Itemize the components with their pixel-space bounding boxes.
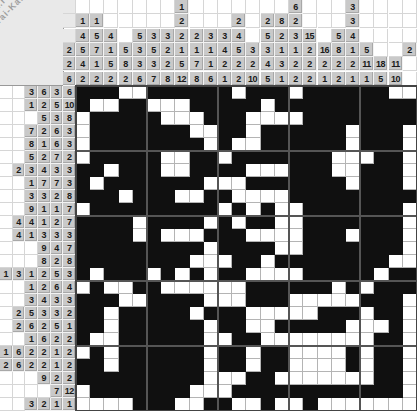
grid-cell-black[interactable]: [303, 112, 317, 125]
grid-cell-black[interactable]: [90, 281, 104, 294]
grid-cell-white[interactable]: [218, 385, 232, 398]
grid-cell-black[interactable]: [204, 99, 218, 112]
grid-cell-black[interactable]: [161, 255, 175, 268]
grid-cell-black[interactable]: [389, 99, 403, 112]
grid-cell-white[interactable]: [303, 359, 317, 372]
grid-cell-black[interactable]: [318, 320, 332, 333]
grid-cell-black[interactable]: [232, 242, 246, 255]
grid-cell-black[interactable]: [332, 125, 346, 138]
grid-cell-white[interactable]: [76, 346, 90, 359]
grid-cell-white[interactable]: [147, 99, 161, 112]
grid-cell-black[interactable]: [76, 164, 90, 177]
grid-cell-white[interactable]: [104, 359, 118, 372]
grid-cell-white[interactable]: [76, 125, 90, 138]
grid-cell-white[interactable]: [289, 229, 303, 242]
grid-cell-black[interactable]: [374, 242, 388, 255]
grid-cell-black[interactable]: [346, 359, 360, 372]
grid-cell-black[interactable]: [289, 125, 303, 138]
grid-cell-black[interactable]: [175, 242, 189, 255]
grid-cell-white[interactable]: [261, 99, 275, 112]
grid-cell-white[interactable]: [289, 294, 303, 307]
grid-cell-black[interactable]: [133, 151, 147, 164]
grid-cell-black[interactable]: [218, 216, 232, 229]
grid-cell-black[interactable]: [318, 112, 332, 125]
grid-cell-black[interactable]: [246, 385, 260, 398]
grid-cell-white[interactable]: [175, 190, 189, 203]
grid-cell-white[interactable]: [261, 229, 275, 242]
grid-cell-white[interactable]: [289, 86, 303, 99]
grid-cell-black[interactable]: [147, 190, 161, 203]
grid-cell-white[interactable]: [360, 372, 374, 385]
grid-cell-black[interactable]: [161, 86, 175, 99]
grid-cell-black[interactable]: [104, 177, 118, 190]
grid-cell-black[interactable]: [90, 112, 104, 125]
grid-cell-white[interactable]: [104, 164, 118, 177]
grid-cell-black[interactable]: [346, 86, 360, 99]
grid-cell-white[interactable]: [232, 216, 246, 229]
grid-cell-black[interactable]: [303, 242, 317, 255]
grid-cell-black[interactable]: [90, 307, 104, 320]
grid-cell-black[interactable]: [389, 229, 403, 242]
grid-cell-black[interactable]: [275, 177, 289, 190]
grid-cell-white[interactable]: [360, 359, 374, 372]
grid-cell-black[interactable]: [133, 99, 147, 112]
grid-cell-white[interactable]: [161, 281, 175, 294]
grid-cell-black[interactable]: [389, 372, 403, 385]
grid-cell-black[interactable]: [374, 229, 388, 242]
grid-cell-black[interactable]: [204, 229, 218, 242]
grid-cell-black[interactable]: [119, 216, 133, 229]
grid-cell-white[interactable]: [204, 359, 218, 372]
grid-cell-black[interactable]: [261, 281, 275, 294]
grid-cell-black[interactable]: [303, 216, 317, 229]
grid-cell-black[interactable]: [403, 112, 417, 125]
grid-cell-white[interactable]: [289, 216, 303, 229]
grid-cell-black[interactable]: [147, 229, 161, 242]
grid-cell-black[interactable]: [133, 281, 147, 294]
grid-cell-black[interactable]: [161, 346, 175, 359]
grid-cell-black[interactable]: [318, 307, 332, 320]
grid-cell-white[interactable]: [403, 294, 417, 307]
grid-cell-black[interactable]: [332, 255, 346, 268]
grid-cell-black[interactable]: [374, 255, 388, 268]
grid-cell-white[interactable]: [261, 190, 275, 203]
grid-cell-white[interactable]: [246, 320, 260, 333]
grid-cell-black[interactable]: [332, 112, 346, 125]
grid-cell-white[interactable]: [246, 112, 260, 125]
grid-cell-white[interactable]: [104, 398, 118, 411]
grid-cell-black[interactable]: [246, 99, 260, 112]
grid-cell-black[interactable]: [147, 346, 161, 359]
grid-cell-white[interactable]: [346, 372, 360, 385]
grid-cell-black[interactable]: [90, 255, 104, 268]
grid-cell-black[interactable]: [389, 125, 403, 138]
grid-cell-black[interactable]: [104, 125, 118, 138]
grid-cell-black[interactable]: [332, 86, 346, 99]
grid-cell-black[interactable]: [261, 294, 275, 307]
grid-cell-black[interactable]: [119, 346, 133, 359]
grid-cell-black[interactable]: [119, 255, 133, 268]
grid-cell-white[interactable]: [218, 281, 232, 294]
grid-cell-black[interactable]: [374, 346, 388, 359]
grid-cell-white[interactable]: [133, 216, 147, 229]
grid-cell-white[interactable]: [246, 398, 260, 411]
grid-cell-white[interactable]: [76, 112, 90, 125]
grid-cell-black[interactable]: [204, 164, 218, 177]
grid-cell-white[interactable]: [175, 151, 189, 164]
grid-cell-black[interactable]: [374, 372, 388, 385]
grid-cell-black[interactable]: [246, 151, 260, 164]
grid-cell-black[interactable]: [76, 216, 90, 229]
grid-cell-white[interactable]: [204, 125, 218, 138]
grid-cell-black[interactable]: [318, 255, 332, 268]
grid-cell-black[interactable]: [275, 294, 289, 307]
grid-cell-black[interactable]: [90, 164, 104, 177]
grid-cell-black[interactable]: [90, 320, 104, 333]
grid-cell-white[interactable]: [303, 372, 317, 385]
grid-cell-black[interactable]: [389, 346, 403, 359]
grid-cell-black[interactable]: [289, 99, 303, 112]
grid-cell-black[interactable]: [232, 112, 246, 125]
grid-cell-black[interactable]: [161, 307, 175, 320]
grid-cell-white[interactable]: [76, 281, 90, 294]
grid-cell-white[interactable]: [403, 255, 417, 268]
grid-cell-black[interactable]: [119, 307, 133, 320]
grid-cell-black[interactable]: [190, 372, 204, 385]
grid-cell-black[interactable]: [133, 255, 147, 268]
grid-cell-black[interactable]: [318, 125, 332, 138]
grid-cell-white[interactable]: [246, 229, 260, 242]
grid-cell-black[interactable]: [275, 385, 289, 398]
grid-cell-black[interactable]: [374, 294, 388, 307]
grid-cell-white[interactable]: [204, 385, 218, 398]
grid-cell-black[interactable]: [90, 151, 104, 164]
grid-cell-black[interactable]: [289, 177, 303, 190]
grid-cell-black[interactable]: [275, 281, 289, 294]
grid-cell-white[interactable]: [175, 99, 189, 112]
grid-cell-white[interactable]: [275, 398, 289, 411]
grid-cell-black[interactable]: [303, 320, 317, 333]
grid-cell-black[interactable]: [147, 372, 161, 385]
grid-cell-white[interactable]: [346, 125, 360, 138]
grid-cell-black[interactable]: [218, 346, 232, 359]
grid-cell-black[interactable]: [289, 190, 303, 203]
grid-cell-black[interactable]: [133, 242, 147, 255]
grid-cell-white[interactable]: [332, 346, 346, 359]
grid-cell-black[interactable]: [161, 294, 175, 307]
grid-cell-black[interactable]: [374, 190, 388, 203]
grid-cell-black[interactable]: [133, 125, 147, 138]
grid-cell-black[interactable]: [204, 398, 218, 411]
grid-cell-black[interactable]: [104, 372, 118, 385]
grid-cell-black[interactable]: [389, 164, 403, 177]
grid-cell-white[interactable]: [190, 281, 204, 294]
grid-cell-black[interactable]: [104, 255, 118, 268]
grid-cell-black[interactable]: [218, 307, 232, 320]
grid-cell-black[interactable]: [119, 372, 133, 385]
grid-cell-black[interactable]: [318, 151, 332, 164]
grid-cell-black[interactable]: [374, 164, 388, 177]
grid-cell-black[interactable]: [175, 385, 189, 398]
grid-cell-black[interactable]: [76, 307, 90, 320]
grid-cell-white[interactable]: [175, 164, 189, 177]
grid-cell-black[interactable]: [190, 294, 204, 307]
grid-cell-black[interactable]: [119, 177, 133, 190]
grid-cell-black[interactable]: [275, 151, 289, 164]
grid-cell-white[interactable]: [346, 177, 360, 190]
grid-cell-black[interactable]: [190, 99, 204, 112]
grid-cell-white[interactable]: [275, 112, 289, 125]
grid-cell-black[interactable]: [261, 346, 275, 359]
grid-cell-black[interactable]: [346, 190, 360, 203]
grid-cell-black[interactable]: [104, 112, 118, 125]
grid-cell-black[interactable]: [261, 177, 275, 190]
grid-cell-white[interactable]: [119, 398, 133, 411]
grid-cell-white[interactable]: [289, 112, 303, 125]
grid-cell-white[interactable]: [246, 307, 260, 320]
grid-cell-white[interactable]: [204, 346, 218, 359]
grid-cell-black[interactable]: [289, 255, 303, 268]
grid-cell-white[interactable]: [389, 255, 403, 268]
grid-cell-black[interactable]: [119, 164, 133, 177]
grid-cell-white[interactable]: [289, 346, 303, 359]
grid-cell-black[interactable]: [133, 177, 147, 190]
grid-cell-black[interactable]: [104, 86, 118, 99]
grid-cell-black[interactable]: [161, 359, 175, 372]
grid-cell-black[interactable]: [360, 177, 374, 190]
grid-cell-black[interactable]: [147, 255, 161, 268]
grid-cell-black[interactable]: [360, 125, 374, 138]
grid-cell-black[interactable]: [161, 125, 175, 138]
grid-cell-white[interactable]: [346, 164, 360, 177]
grid-cell-black[interactable]: [218, 99, 232, 112]
grid-cell-white[interactable]: [246, 359, 260, 372]
grid-cell-white[interactable]: [261, 307, 275, 320]
grid-cell-white[interactable]: [275, 190, 289, 203]
grid-cell-black[interactable]: [360, 99, 374, 112]
grid-cell-white[interactable]: [204, 177, 218, 190]
grid-cell-white[interactable]: [90, 177, 104, 190]
grid-cell-black[interactable]: [346, 385, 360, 398]
grid-cell-black[interactable]: [232, 151, 246, 164]
grid-cell-black[interactable]: [303, 398, 317, 411]
grid-cell-white[interactable]: [204, 294, 218, 307]
grid-cell-white[interactable]: [360, 346, 374, 359]
grid-cell-black[interactable]: [303, 190, 317, 203]
grid-cell-black[interactable]: [190, 216, 204, 229]
grid-cell-black[interactable]: [218, 86, 232, 99]
grid-cell-white[interactable]: [403, 125, 417, 138]
grid-cell-white[interactable]: [275, 242, 289, 255]
grid-cell-black[interactable]: [218, 164, 232, 177]
grid-cell-white[interactable]: [232, 372, 246, 385]
grid-cell-black[interactable]: [246, 177, 260, 190]
grid-cell-black[interactable]: [119, 359, 133, 372]
grid-cell-white[interactable]: [403, 307, 417, 320]
grid-cell-black[interactable]: [389, 294, 403, 307]
grid-cell-black[interactable]: [76, 177, 90, 190]
grid-cell-black[interactable]: [389, 190, 403, 203]
grid-cell-black[interactable]: [147, 216, 161, 229]
grid-cell-black[interactable]: [147, 398, 161, 411]
grid-cell-black[interactable]: [332, 99, 346, 112]
grid-cell-white[interactable]: [218, 255, 232, 268]
grid-cell-black[interactable]: [303, 151, 317, 164]
grid-cell-black[interactable]: [374, 359, 388, 372]
grid-cell-black[interactable]: [161, 242, 175, 255]
grid-cell-black[interactable]: [147, 294, 161, 307]
grid-cell-black[interactable]: [119, 112, 133, 125]
grid-cell-black[interactable]: [318, 164, 332, 177]
grid-cell-black[interactable]: [218, 398, 232, 411]
grid-cell-black[interactable]: [218, 359, 232, 372]
grid-cell-black[interactable]: [303, 229, 317, 242]
grid-cell-white[interactable]: [303, 294, 317, 307]
grid-cell-black[interactable]: [232, 164, 246, 177]
grid-cell-white[interactable]: [332, 281, 346, 294]
grid-cell-black[interactable]: [332, 385, 346, 398]
grid-cell-white[interactable]: [104, 99, 118, 112]
grid-cell-white[interactable]: [232, 177, 246, 190]
grid-cell-black[interactable]: [360, 255, 374, 268]
grid-cell-black[interactable]: [204, 307, 218, 320]
grid-cell-white[interactable]: [218, 151, 232, 164]
grid-cell-black[interactable]: [261, 372, 275, 385]
grid-cell-black[interactable]: [232, 255, 246, 268]
grid-cell-black[interactable]: [318, 216, 332, 229]
grid-cell-black[interactable]: [175, 346, 189, 359]
grid-cell-white[interactable]: [289, 242, 303, 255]
grid-cell-black[interactable]: [218, 242, 232, 255]
grid-cell-black[interactable]: [190, 346, 204, 359]
grid-cell-black[interactable]: [389, 242, 403, 255]
grid-cell-black[interactable]: [318, 229, 332, 242]
grid-cell-black[interactable]: [389, 112, 403, 125]
grid-cell-black[interactable]: [204, 151, 218, 164]
grid-cell-white[interactable]: [403, 359, 417, 372]
grid-cell-black[interactable]: [175, 372, 189, 385]
grid-cell-white[interactable]: [318, 346, 332, 359]
grid-cell-black[interactable]: [403, 99, 417, 112]
grid-cell-black[interactable]: [190, 151, 204, 164]
grid-cell-white[interactable]: [175, 281, 189, 294]
grid-cell-black[interactable]: [303, 125, 317, 138]
grid-cell-black[interactable]: [374, 385, 388, 398]
grid-cell-black[interactable]: [389, 151, 403, 164]
grid-cell-white[interactable]: [403, 151, 417, 164]
grid-cell-black[interactable]: [175, 86, 189, 99]
grid-cell-white[interactable]: [332, 398, 346, 411]
grid-cell-black[interactable]: [119, 320, 133, 333]
grid-cell-white[interactable]: [175, 398, 189, 411]
grid-cell-white[interactable]: [374, 320, 388, 333]
grid-cell-black[interactable]: [360, 242, 374, 255]
grid-cell-white[interactable]: [232, 398, 246, 411]
grid-cell-black[interactable]: [289, 164, 303, 177]
grid-cell-black[interactable]: [289, 281, 303, 294]
grid-cell-black[interactable]: [332, 242, 346, 255]
grid-cell-black[interactable]: [389, 320, 403, 333]
grid-cell-white[interactable]: [161, 229, 175, 242]
grid-cell-black[interactable]: [246, 216, 260, 229]
grid-cell-white[interactable]: [218, 372, 232, 385]
grid-cell-black[interactable]: [90, 190, 104, 203]
grid-cell-white[interactable]: [190, 229, 204, 242]
grid-cell-black[interactable]: [76, 294, 90, 307]
grid-cell-white[interactable]: [133, 229, 147, 242]
grid-cell-black[interactable]: [90, 229, 104, 242]
grid-cell-black[interactable]: [232, 359, 246, 372]
grid-cell-white[interactable]: [190, 255, 204, 268]
grid-cell-black[interactable]: [76, 229, 90, 242]
grid-cell-white[interactable]: [104, 307, 118, 320]
grid-cell-white[interactable]: [190, 398, 204, 411]
grid-cell-white[interactable]: [261, 112, 275, 125]
grid-cell-black[interactable]: [374, 216, 388, 229]
grid-cell-black[interactable]: [303, 164, 317, 177]
grid-cell-black[interactable]: [175, 307, 189, 320]
grid-cell-black[interactable]: [119, 242, 133, 255]
grid-cell-white[interactable]: [218, 177, 232, 190]
grid-cell-black[interactable]: [147, 86, 161, 99]
grid-cell-black[interactable]: [374, 86, 388, 99]
grid-cell-white[interactable]: [232, 281, 246, 294]
grid-cell-black[interactable]: [289, 320, 303, 333]
grid-cell-black[interactable]: [346, 216, 360, 229]
grid-cell-black[interactable]: [161, 398, 175, 411]
grid-cell-black[interactable]: [246, 86, 260, 99]
grid-cell-white[interactable]: [90, 398, 104, 411]
grid-cell-white[interactable]: [190, 112, 204, 125]
grid-cell-black[interactable]: [261, 242, 275, 255]
grid-cell-black[interactable]: [232, 125, 246, 138]
grid-cell-black[interactable]: [90, 346, 104, 359]
grid-cell-white[interactable]: [204, 216, 218, 229]
grid-cell-black[interactable]: [232, 346, 246, 359]
grid-cell-black[interactable]: [275, 86, 289, 99]
grid-cell-black[interactable]: [246, 281, 260, 294]
grid-cell-black[interactable]: [104, 385, 118, 398]
grid-cell-black[interactable]: [289, 151, 303, 164]
grid-cell-black[interactable]: [232, 307, 246, 320]
grid-cell-black[interactable]: [332, 229, 346, 242]
grid-cell-black[interactable]: [275, 125, 289, 138]
grid-cell-black[interactable]: [175, 125, 189, 138]
grid-cell-black[interactable]: [360, 190, 374, 203]
grid-cell-black[interactable]: [133, 112, 147, 125]
grid-cell-white[interactable]: [289, 372, 303, 385]
grid-cell-black[interactable]: [76, 372, 90, 385]
grid-cell-black[interactable]: [332, 177, 346, 190]
grid-cell-black[interactable]: [161, 320, 175, 333]
grid-cell-white[interactable]: [360, 320, 374, 333]
grid-cell-black[interactable]: [119, 229, 133, 242]
grid-cell-white[interactable]: [275, 372, 289, 385]
grid-cell-black[interactable]: [90, 385, 104, 398]
grid-cell-white[interactable]: [360, 307, 374, 320]
grid-cell-white[interactable]: [204, 242, 218, 255]
grid-cell-white[interactable]: [346, 294, 360, 307]
grid-cell-black[interactable]: [360, 229, 374, 242]
grid-cell-black[interactable]: [374, 177, 388, 190]
grid-cell-black[interactable]: [360, 216, 374, 229]
grid-cell-white[interactable]: [104, 320, 118, 333]
grid-cell-black[interactable]: [261, 86, 275, 99]
grid-cell-black[interactable]: [318, 177, 332, 190]
grid-cell-black[interactable]: [76, 86, 90, 99]
grid-cell-black[interactable]: [232, 385, 246, 398]
grid-cell-white[interactable]: [275, 229, 289, 242]
